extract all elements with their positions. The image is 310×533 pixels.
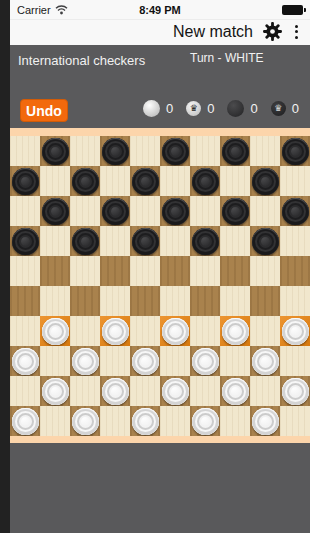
square-4-3[interactable] bbox=[100, 256, 130, 286]
square-0-3[interactable] bbox=[100, 136, 130, 166]
white-man[interactable] bbox=[102, 378, 129, 405]
square-7-8[interactable] bbox=[250, 346, 280, 376]
square-9-2[interactable] bbox=[70, 406, 100, 436]
white-man[interactable] bbox=[42, 318, 69, 345]
square-8-1[interactable] bbox=[40, 376, 70, 406]
white-man[interactable] bbox=[222, 378, 249, 405]
square-0-8 bbox=[250, 136, 280, 166]
square-2-8 bbox=[250, 196, 280, 226]
square-4-2 bbox=[70, 256, 100, 286]
black-man[interactable] bbox=[252, 168, 279, 195]
square-0-4 bbox=[130, 136, 160, 166]
square-4-1[interactable] bbox=[40, 256, 70, 286]
black-man[interactable] bbox=[162, 198, 189, 225]
gear-icon[interactable] bbox=[262, 21, 283, 42]
square-0-0 bbox=[10, 136, 40, 166]
square-6-1[interactable] bbox=[40, 316, 70, 346]
black-man[interactable] bbox=[222, 138, 249, 165]
square-7-6[interactable] bbox=[190, 346, 220, 376]
square-5-1 bbox=[40, 286, 70, 316]
square-6-0 bbox=[10, 316, 40, 346]
white-man[interactable] bbox=[192, 408, 219, 435]
square-1-8[interactable] bbox=[250, 166, 280, 196]
square-8-3[interactable] bbox=[100, 376, 130, 406]
square-7-5 bbox=[160, 346, 190, 376]
square-6-5[interactable] bbox=[160, 316, 190, 346]
square-0-6 bbox=[190, 136, 220, 166]
square-0-5[interactable] bbox=[160, 136, 190, 166]
square-2-0 bbox=[10, 196, 40, 226]
square-9-6[interactable] bbox=[190, 406, 220, 436]
white-man[interactable] bbox=[282, 378, 309, 405]
variant-label: International checkers bbox=[18, 53, 145, 68]
turn-indicator: Turn - WHITE bbox=[190, 51, 264, 65]
square-6-4 bbox=[130, 316, 160, 346]
square-3-1 bbox=[40, 226, 70, 256]
board bbox=[10, 136, 310, 436]
black-man[interactable] bbox=[192, 228, 219, 255]
square-6-8 bbox=[250, 316, 280, 346]
square-1-2[interactable] bbox=[70, 166, 100, 196]
status-bar: Carrier 8:49 PM bbox=[10, 0, 310, 20]
black-man[interactable] bbox=[192, 168, 219, 195]
square-6-2 bbox=[70, 316, 100, 346]
capture-counters: 0 ♛ 0 0 ♛ 0 bbox=[143, 100, 305, 117]
square-3-6[interactable] bbox=[190, 226, 220, 256]
square-5-4[interactable] bbox=[130, 286, 160, 316]
black-man[interactable] bbox=[102, 198, 129, 225]
new-match-button[interactable]: New match bbox=[173, 23, 253, 41]
white-man-count: 0 bbox=[166, 101, 173, 116]
square-2-5[interactable] bbox=[160, 196, 190, 226]
square-1-6[interactable] bbox=[190, 166, 220, 196]
crown-icon: ♛ bbox=[190, 104, 198, 113]
white-man[interactable] bbox=[42, 378, 69, 405]
square-9-4[interactable] bbox=[130, 406, 160, 436]
square-7-9 bbox=[280, 346, 310, 376]
white-man[interactable] bbox=[282, 318, 309, 345]
nav-bar: New match bbox=[10, 20, 310, 45]
square-8-7[interactable] bbox=[220, 376, 250, 406]
footer-area bbox=[10, 443, 310, 533]
black-man[interactable] bbox=[12, 168, 39, 195]
square-1-7 bbox=[220, 166, 250, 196]
square-1-3 bbox=[100, 166, 130, 196]
square-3-9 bbox=[280, 226, 310, 256]
square-6-9[interactable] bbox=[280, 316, 310, 346]
white-man[interactable] bbox=[192, 348, 219, 375]
black-man[interactable] bbox=[162, 138, 189, 165]
square-9-5 bbox=[160, 406, 190, 436]
square-3-8[interactable] bbox=[250, 226, 280, 256]
black-man[interactable] bbox=[42, 198, 69, 225]
square-7-2[interactable] bbox=[70, 346, 100, 376]
square-8-6 bbox=[190, 376, 220, 406]
square-2-7[interactable] bbox=[220, 196, 250, 226]
black-man[interactable] bbox=[252, 228, 279, 255]
crown-icon: ♛ bbox=[274, 104, 282, 113]
square-0-7[interactable] bbox=[220, 136, 250, 166]
white-man[interactable] bbox=[162, 378, 189, 405]
square-9-7 bbox=[220, 406, 250, 436]
black-king-counter-icon: ♛ bbox=[271, 101, 286, 116]
square-5-7 bbox=[220, 286, 250, 316]
square-9-0[interactable] bbox=[10, 406, 40, 436]
black-man[interactable] bbox=[72, 228, 99, 255]
black-man[interactable] bbox=[132, 228, 159, 255]
white-man[interactable] bbox=[72, 348, 99, 375]
white-man[interactable] bbox=[252, 348, 279, 375]
square-2-9[interactable] bbox=[280, 196, 310, 226]
square-2-2 bbox=[70, 196, 100, 226]
square-5-5 bbox=[160, 286, 190, 316]
square-8-0 bbox=[10, 376, 40, 406]
square-5-3 bbox=[100, 286, 130, 316]
square-1-4[interactable] bbox=[130, 166, 160, 196]
square-6-3[interactable] bbox=[100, 316, 130, 346]
white-man[interactable] bbox=[12, 408, 39, 435]
square-3-7 bbox=[220, 226, 250, 256]
square-4-9[interactable] bbox=[280, 256, 310, 286]
white-king-count: 0 bbox=[207, 101, 214, 116]
square-5-9 bbox=[280, 286, 310, 316]
carrier-label: Carrier bbox=[17, 4, 51, 16]
white-man-counter-icon bbox=[143, 100, 160, 117]
square-7-1 bbox=[40, 346, 70, 376]
battery-icon bbox=[282, 5, 303, 15]
square-0-9[interactable] bbox=[280, 136, 310, 166]
black-man[interactable] bbox=[222, 198, 249, 225]
square-3-0[interactable] bbox=[10, 226, 40, 256]
black-king-count: 0 bbox=[292, 101, 299, 116]
black-man[interactable] bbox=[12, 228, 39, 255]
white-man[interactable] bbox=[72, 408, 99, 435]
board-top-border bbox=[10, 128, 310, 136]
square-7-4[interactable] bbox=[130, 346, 160, 376]
square-4-6 bbox=[190, 256, 220, 286]
white-man[interactable] bbox=[162, 318, 189, 345]
square-3-2[interactable] bbox=[70, 226, 100, 256]
square-0-1[interactable] bbox=[40, 136, 70, 166]
square-6-6 bbox=[190, 316, 220, 346]
black-man-counter-icon bbox=[227, 100, 244, 117]
square-9-9 bbox=[280, 406, 310, 436]
square-1-0[interactable] bbox=[10, 166, 40, 196]
square-8-8 bbox=[250, 376, 280, 406]
square-9-3 bbox=[100, 406, 130, 436]
square-7-7 bbox=[220, 346, 250, 376]
square-8-9[interactable] bbox=[280, 376, 310, 406]
square-3-5 bbox=[160, 226, 190, 256]
square-4-7[interactable] bbox=[220, 256, 250, 286]
square-3-3 bbox=[100, 226, 130, 256]
square-4-8 bbox=[250, 256, 280, 286]
square-1-5 bbox=[160, 166, 190, 196]
white-man[interactable] bbox=[252, 408, 279, 435]
white-man[interactable] bbox=[132, 408, 159, 435]
square-5-0[interactable] bbox=[10, 286, 40, 316]
square-5-8[interactable] bbox=[250, 286, 280, 316]
overflow-menu-icon[interactable] bbox=[292, 23, 301, 41]
square-5-2[interactable] bbox=[70, 286, 100, 316]
square-6-7[interactable] bbox=[220, 316, 250, 346]
square-7-3 bbox=[100, 346, 130, 376]
black-man[interactable] bbox=[72, 168, 99, 195]
square-8-2 bbox=[70, 376, 100, 406]
black-man[interactable] bbox=[132, 168, 159, 195]
square-2-6 bbox=[190, 196, 220, 226]
square-2-4 bbox=[130, 196, 160, 226]
square-2-3[interactable] bbox=[100, 196, 130, 226]
square-1-1 bbox=[40, 166, 70, 196]
square-4-4 bbox=[130, 256, 160, 286]
square-8-5[interactable] bbox=[160, 376, 190, 406]
black-man[interactable] bbox=[282, 138, 309, 165]
square-1-9 bbox=[280, 166, 310, 196]
white-man[interactable] bbox=[222, 318, 249, 345]
square-8-4 bbox=[130, 376, 160, 406]
black-man[interactable] bbox=[282, 198, 309, 225]
app-window: Carrier 8:49 PM New match bbox=[10, 0, 310, 533]
white-king-counter-icon: ♛ bbox=[186, 101, 201, 116]
square-9-1 bbox=[40, 406, 70, 436]
square-9-8[interactable] bbox=[250, 406, 280, 436]
square-5-6[interactable] bbox=[190, 286, 220, 316]
black-man[interactable] bbox=[42, 138, 69, 165]
white-man[interactable] bbox=[132, 348, 159, 375]
white-man[interactable] bbox=[102, 318, 129, 345]
match-info-panel: International checkers Turn - WHITE Undo… bbox=[10, 45, 310, 128]
square-7-0[interactable] bbox=[10, 346, 40, 376]
square-4-0 bbox=[10, 256, 40, 286]
black-man[interactable] bbox=[102, 138, 129, 165]
square-3-4[interactable] bbox=[130, 226, 160, 256]
white-man[interactable] bbox=[12, 348, 39, 375]
square-4-5[interactable] bbox=[160, 256, 190, 286]
square-0-2 bbox=[70, 136, 100, 166]
undo-button[interactable]: Undo bbox=[20, 99, 68, 122]
board-bottom-border bbox=[10, 436, 310, 443]
black-man-count: 0 bbox=[250, 101, 257, 116]
square-2-1[interactable] bbox=[40, 196, 70, 226]
wifi-icon bbox=[55, 5, 68, 15]
